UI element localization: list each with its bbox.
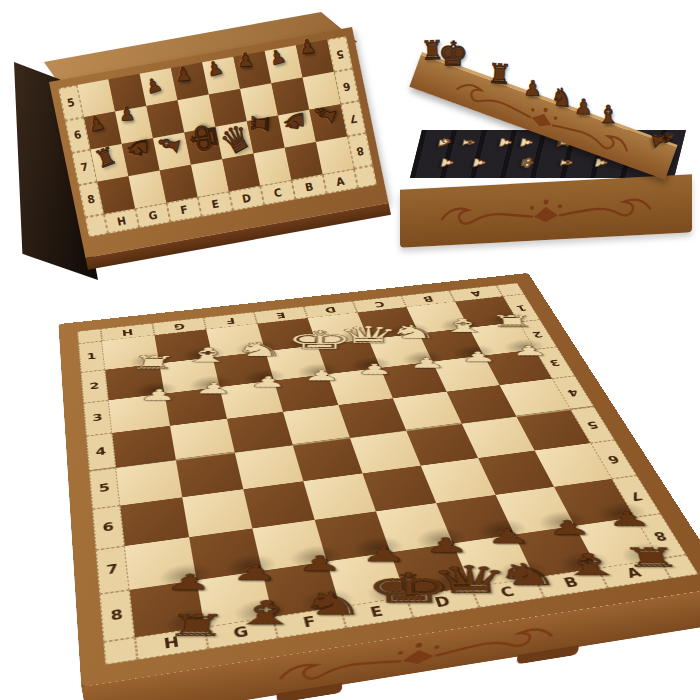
piece-anchor-d8: ♛ — [418, 555, 500, 609]
square-g5 — [176, 453, 243, 498]
piece-white-pawn-a2: ♟ — [501, 344, 557, 358]
square-f7 — [252, 520, 326, 571]
piece-anchor-f7: ♟ — [278, 531, 354, 583]
coordinate-label: 6 — [92, 506, 125, 551]
square-f6 — [243, 481, 314, 528]
lid-piece-dark-bishop: ♝ — [598, 102, 620, 127]
piece-dark-bishop-b8: ♝ — [554, 550, 626, 580]
piece-white-pawn-e2: ♟ — [294, 368, 349, 383]
coordinate-label: 3 — [83, 400, 112, 436]
piece-shadow — [164, 606, 223, 639]
piece-dark-pawn-f7: ♟ — [286, 553, 352, 574]
foam-piece-light-pawn: ♟ — [496, 136, 514, 148]
piece-dark-pawn-b7: ♟ — [535, 518, 602, 538]
piece-shadow — [534, 508, 592, 536]
coordinate-label: C — [471, 577, 544, 607]
square-b8 — [514, 526, 597, 578]
piece-anchor-g2: ♟ — [180, 365, 241, 402]
folded-piece-dark-bishop: ♝ — [154, 129, 186, 160]
piece-white-bishop-g1: ♝ — [179, 345, 235, 365]
piece-shadow — [473, 517, 531, 545]
square-f5 — [235, 445, 304, 489]
piece-dark-bishop-g8: ♝ — [229, 597, 300, 630]
folded-piece-dark-knight: ♞ — [280, 109, 308, 134]
folded-piece-dark-rook: ♜ — [249, 112, 273, 135]
folded-piece-dark-knight: ♞ — [124, 136, 151, 160]
pieces-layer: ♜♝♞♚♛♞♝♜♟♟♟♟♟♟♟♟♟♟♟♟♟♟♟♟♜♝♞♚♛♞♝♜ — [121, 303, 689, 651]
piece-shadow — [554, 549, 615, 579]
piece-shadow — [429, 567, 489, 598]
coordinate-label: 2 — [81, 370, 109, 404]
piece-shadow — [350, 534, 407, 563]
piece-white-rook-h1: ♜ — [125, 354, 182, 372]
piece-shadow — [287, 543, 344, 572]
piece-shadow — [157, 561, 213, 591]
piece-dark-pawn-h7: ♟ — [154, 571, 224, 593]
piece-shadow — [593, 500, 652, 527]
piece-white-pawn-c2: ♟ — [400, 356, 455, 370]
piece-anchor-g8: ♝ — [222, 583, 300, 640]
piece-shadow — [492, 558, 553, 588]
piece-white-pawn-d2: ♟ — [348, 362, 402, 376]
piece-dark-knight-c8: ♞ — [492, 560, 563, 590]
piece-anchor-b8: ♝ — [542, 537, 627, 590]
piece-anchor-e8: ♚ — [354, 564, 435, 619]
square-h8 — [130, 580, 205, 637]
square-c7 — [436, 495, 514, 544]
square-a8 — [575, 517, 659, 568]
piece-shadow — [364, 577, 424, 608]
square-e7 — [315, 511, 391, 561]
piece-anchor-a8: ♜ — [603, 528, 689, 580]
square-e8 — [327, 552, 406, 606]
lid-piece-dark-bishop: ♝ — [647, 124, 679, 154]
piece-white-pawn-h2: ♟ — [129, 387, 188, 402]
lid-piece-dark-pawn: ♟ — [574, 97, 594, 119]
piece-dark-queen-d8: ♛ — [428, 561, 498, 599]
coordinate-label: 8 — [99, 590, 135, 642]
piece-anchor-b7: ♟ — [522, 497, 603, 546]
piece-anchor-f8: ♞ — [289, 573, 369, 629]
square-c6 — [421, 458, 496, 503]
lid-piece-dark-rook: ♜ — [487, 60, 513, 89]
chess-board: HGFEDCBA HGFEDCBA 12345678 12345678 ♜♝♞♚… — [59, 273, 700, 687]
lid-piece-dark-pawn: ♟ — [523, 78, 543, 100]
folded-piece-dark-pawn: ♟ — [204, 57, 225, 80]
square-a6 — [535, 443, 612, 487]
coordinate-label: B — [535, 568, 608, 598]
folded-piece-dark-pawn: ♟ — [267, 46, 288, 69]
piece-dark-pawn-c7: ♟ — [475, 526, 542, 546]
piece-shadow — [412, 525, 470, 554]
piece-anchor-e7: ♟ — [340, 522, 417, 573]
foam-piece-light-bishop: ♝ — [459, 136, 477, 148]
square-a7 — [554, 479, 634, 526]
piece-white-king-e1: ♚ — [284, 327, 337, 352]
piece-anchor-h8: ♜ — [155, 593, 232, 651]
product-photo-scene: 56785678HGFEDCBA♟♟♟♟♟♟♟♟♜♞♝♚♛♜♞♝ ♞♝♟♟♜♟♛… — [0, 0, 700, 700]
piece-dark-rook-h8: ♜ — [160, 611, 233, 641]
folded-piece-dark-pawn: ♟ — [143, 74, 165, 97]
piece-dark-pawn-g7: ♟ — [221, 562, 289, 584]
piece-white-pawn-b2: ♟ — [451, 350, 506, 364]
piece-anchor-c7: ♟ — [463, 505, 543, 555]
board-corner — [103, 637, 137, 665]
folded-piece-dark-pawn: ♟ — [118, 104, 136, 124]
piece-anchor-d7: ♟ — [402, 514, 481, 564]
square-b6 — [478, 451, 554, 495]
square-e6 — [303, 473, 376, 519]
piece-anchor-h7: ♟ — [149, 549, 222, 603]
folded-piece-dark-pawn: ♟ — [237, 50, 255, 69]
foam-piece-light-pawn: ♟ — [517, 136, 535, 148]
piece-anchor-f2: ♟ — [233, 359, 295, 395]
piece-shadow — [223, 552, 280, 582]
piece-dark-king-e8: ♚ — [364, 568, 433, 609]
piece-white-pawn-f2: ♟ — [240, 374, 296, 389]
square-f8 — [262, 562, 340, 617]
piece-dark-rook-a8: ♜ — [616, 544, 688, 570]
square-h5 — [116, 460, 182, 505]
folded-piece-dark-bishop: ♝ — [309, 98, 342, 131]
coordinate-label: 7 — [612, 475, 661, 517]
coordinate-label: 1 — [78, 341, 105, 372]
square-h7 — [125, 537, 197, 590]
square-d7 — [376, 503, 453, 552]
folded-piece-dark-pawn: ♟ — [174, 64, 193, 84]
folded-piece-dark-pawn: ♟ — [298, 36, 317, 57]
square-g6 — [182, 489, 252, 537]
coordinate-label: 7 — [96, 546, 130, 594]
coordinate-label: 6 — [590, 440, 637, 479]
open-board-view: HGFEDCBA HGFEDCBA 12345678 12345678 ♜♝♞♚… — [18, 160, 682, 700]
square-d6 — [362, 466, 436, 512]
coordinate-label: D — [406, 587, 479, 618]
coordinate-label: 8 — [634, 514, 686, 559]
piece-white-pawn-g2: ♟ — [185, 381, 242, 396]
piece-dark-knight-f8: ♞ — [298, 588, 367, 620]
square-c8 — [453, 535, 535, 587]
piece-anchor-h2: ♟ — [125, 371, 185, 408]
piece-dark-pawn-a7: ♟ — [594, 509, 662, 529]
coordinate-label: F — [273, 607, 346, 639]
square-g8 — [197, 571, 273, 627]
piece-anchor-g7: ♟ — [214, 540, 289, 593]
square-g7 — [189, 528, 262, 580]
piece-shadow — [616, 540, 677, 569]
lid-piece-dark-king: ♚ — [438, 36, 470, 71]
lid-piece-dark-knight: ♞ — [549, 84, 574, 111]
square-h6 — [120, 497, 189, 546]
coordinate-label: G — [205, 617, 278, 649]
piece-white-knight-f1: ♞ — [232, 340, 287, 359]
coordinate-label: H — [135, 627, 208, 660]
folded-piece-dark-pawn: ♟ — [86, 112, 107, 134]
square-e5 — [293, 438, 363, 481]
coordinate-label: 5 — [89, 468, 120, 509]
piece-dark-pawn-e7: ♟ — [351, 544, 417, 565]
square-b7 — [496, 487, 575, 535]
coordinate-label: 4 — [86, 433, 116, 471]
piece-anchor-c8: ♞ — [481, 546, 565, 600]
board-corner — [659, 555, 698, 579]
piece-anchor-a7: ♟ — [581, 489, 663, 537]
piece-white-rook-a1: ♜ — [486, 313, 540, 329]
coordinate-label: E — [340, 597, 413, 628]
coordinate-label: A — [597, 559, 670, 588]
piece-shadow — [298, 586, 357, 618]
piece-shadow — [232, 596, 291, 628]
square-d8 — [390, 543, 471, 596]
foam-piece-light-knight: ♞ — [435, 136, 453, 148]
piece-dark-pawn-d7: ♟ — [413, 535, 479, 556]
piece-white-bishop-b1: ♝ — [436, 316, 490, 335]
